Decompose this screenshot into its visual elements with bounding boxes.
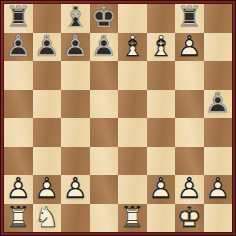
square-b4[interactable] [33,118,62,147]
square-f6[interactable] [147,61,176,90]
square-e6[interactable] [118,61,147,90]
square-c4[interactable] [61,118,90,147]
piece-glyph-outline: ♙ [175,33,204,62]
square-g5[interactable] [175,90,204,119]
square-e7[interactable]: ♝♗ [118,33,147,62]
square-f7[interactable]: ♝♗ [147,33,176,62]
square-d4[interactable] [90,118,119,147]
square-h1[interactable] [204,204,233,233]
square-a5[interactable] [4,90,33,119]
black-pawn[interactable]: ♟♙ [204,90,233,119]
square-b1[interactable]: ♞♘ [33,204,62,233]
white-pawn[interactable]: ♟♙ [175,33,204,62]
piece-glyph-outline: ♙ [204,90,233,119]
piece-glyph-outline: ♖ [118,204,147,233]
square-a7[interactable]: ♟♙ [4,33,33,62]
board-frame: ♜♖♝♗♚♔♜♖♟♙♟♙♟♙♟♙♝♗♝♗♟♙♟♙♟♙♟♙♟♙♟♙♟♙♟♙♜♖♞♘… [0,0,236,236]
square-h7[interactable] [204,33,233,62]
square-e5[interactable] [118,90,147,119]
square-e1[interactable]: ♜♖ [118,204,147,233]
square-h8[interactable] [204,4,233,33]
piece-glyph-outline: ♗ [147,33,176,62]
piece-glyph-outline: ♖ [4,204,33,233]
square-f4[interactable] [147,118,176,147]
piece-glyph-outline: ♙ [147,175,176,204]
square-b6[interactable] [33,61,62,90]
square-d7[interactable]: ♟♙ [90,33,119,62]
white-rook[interactable]: ♜♖ [4,204,33,233]
square-c7[interactable]: ♟♙ [61,33,90,62]
square-d2[interactable] [90,175,119,204]
square-g7[interactable]: ♟♙ [175,33,204,62]
square-g1[interactable]: ♚♔ [175,204,204,233]
black-pawn[interactable]: ♟♙ [90,33,119,62]
square-d5[interactable] [90,90,119,119]
square-b7[interactable]: ♟♙ [33,33,62,62]
piece-glyph-outline: ♙ [61,175,90,204]
white-rook[interactable]: ♜♖ [118,204,147,233]
piece-glyph-outline: ♙ [4,33,33,62]
square-c5[interactable] [61,90,90,119]
white-pawn[interactable]: ♟♙ [147,175,176,204]
square-f1[interactable] [147,204,176,233]
piece-glyph-outline: ♙ [61,33,90,62]
square-e4[interactable] [118,118,147,147]
square-d3[interactable] [90,147,119,176]
chess-board: ♜♖♝♗♚♔♜♖♟♙♟♙♟♙♟♙♝♗♝♗♟♙♟♙♟♙♟♙♟♙♟♙♟♙♟♙♜♖♞♘… [4,4,232,232]
square-f5[interactable] [147,90,176,119]
square-a1[interactable]: ♜♖ [4,204,33,233]
piece-glyph-outline: ♙ [204,175,233,204]
square-c2[interactable]: ♟♙ [61,175,90,204]
black-pawn[interactable]: ♟♙ [61,33,90,62]
square-h2[interactable]: ♟♙ [204,175,233,204]
square-d6[interactable] [90,61,119,90]
piece-glyph-outline: ♗ [118,33,147,62]
square-e3[interactable] [118,147,147,176]
square-c1[interactable] [61,204,90,233]
white-king[interactable]: ♚♔ [175,204,204,233]
square-a4[interactable] [4,118,33,147]
square-h4[interactable] [204,118,233,147]
white-pawn[interactable]: ♟♙ [61,175,90,204]
square-d1[interactable] [90,204,119,233]
square-f2[interactable]: ♟♙ [147,175,176,204]
square-c6[interactable] [61,61,90,90]
square-h5[interactable]: ♟♙ [204,90,233,119]
square-g6[interactable] [175,61,204,90]
black-pawn[interactable]: ♟♙ [33,33,62,62]
piece-glyph-outline: ♔ [175,204,204,233]
white-pawn[interactable]: ♟♙ [204,175,233,204]
square-a6[interactable] [4,61,33,90]
square-g4[interactable] [175,118,204,147]
square-b5[interactable] [33,90,62,119]
white-knight[interactable]: ♞♘ [33,204,62,233]
white-bishop[interactable]: ♝♗ [147,33,176,62]
black-pawn[interactable]: ♟♙ [4,33,33,62]
white-bishop[interactable]: ♝♗ [118,33,147,62]
piece-glyph-outline: ♘ [33,204,62,233]
piece-glyph-outline: ♙ [90,33,119,62]
piece-glyph-outline: ♙ [33,33,62,62]
